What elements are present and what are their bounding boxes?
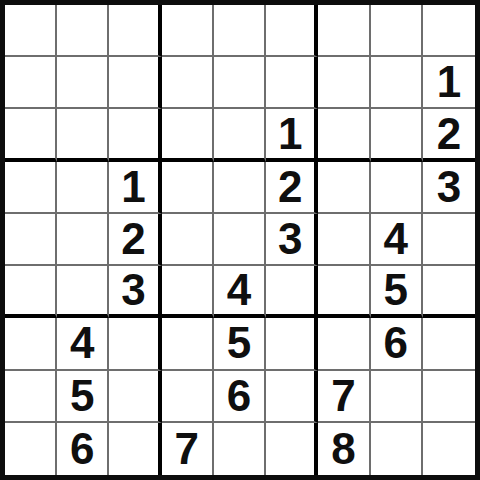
cell-r2c3[interactable]: [109, 57, 161, 109]
cell-r6c7[interactable]: [318, 266, 370, 318]
cell-r2c6[interactable]: [266, 57, 318, 109]
cell-r8c3[interactable]: [109, 371, 161, 423]
cell-r5c4[interactable]: [162, 214, 214, 266]
cell-r3c6[interactable]: 1: [266, 109, 318, 161]
cell-r9c1[interactable]: [5, 423, 57, 475]
cell-r6c5[interactable]: 4: [214, 266, 266, 318]
cell-r8c4[interactable]: [162, 371, 214, 423]
cell-r7c2[interactable]: 4: [57, 318, 109, 370]
cell-r8c9[interactable]: [423, 371, 475, 423]
cell-r3c2[interactable]: [57, 109, 109, 161]
cell-r6c2[interactable]: [57, 266, 109, 318]
cell-r5c1[interactable]: [5, 214, 57, 266]
cell-r7c4[interactable]: [162, 318, 214, 370]
cell-r4c3[interactable]: 1: [109, 162, 161, 214]
cell-r2c1[interactable]: [5, 57, 57, 109]
cell-r1c3[interactable]: [109, 5, 161, 57]
cell-r7c9[interactable]: [423, 318, 475, 370]
cell-r5c7[interactable]: [318, 214, 370, 266]
cell-r9c3[interactable]: [109, 423, 161, 475]
cell-r3c4[interactable]: [162, 109, 214, 161]
cell-r5c2[interactable]: [57, 214, 109, 266]
cell-r6c8[interactable]: 5: [371, 266, 423, 318]
cell-r1c7[interactable]: [318, 5, 370, 57]
cell-r4c9[interactable]: 3: [423, 162, 475, 214]
cell-r6c3[interactable]: 3: [109, 266, 161, 318]
cell-r3c7[interactable]: [318, 109, 370, 161]
cell-r1c4[interactable]: [162, 5, 214, 57]
cell-r9c6[interactable]: [266, 423, 318, 475]
cell-r4c8[interactable]: [371, 162, 423, 214]
cell-r5c6[interactable]: 3: [266, 214, 318, 266]
cell-r1c8[interactable]: [371, 5, 423, 57]
cell-r2c5[interactable]: [214, 57, 266, 109]
cell-r4c4[interactable]: [162, 162, 214, 214]
cell-r2c8[interactable]: [371, 57, 423, 109]
cell-r6c9[interactable]: [423, 266, 475, 318]
cell-r9c4[interactable]: 7: [162, 423, 214, 475]
cell-r8c8[interactable]: [371, 371, 423, 423]
cell-r1c6[interactable]: [266, 5, 318, 57]
cell-r6c6[interactable]: [266, 266, 318, 318]
cell-r7c8[interactable]: 6: [371, 318, 423, 370]
cell-r3c1[interactable]: [5, 109, 57, 161]
cell-r8c6[interactable]: [266, 371, 318, 423]
cell-r7c3[interactable]: [109, 318, 161, 370]
cell-r5c9[interactable]: [423, 214, 475, 266]
cell-r4c6[interactable]: 2: [266, 162, 318, 214]
cell-r7c5[interactable]: 5: [214, 318, 266, 370]
cell-r9c7[interactable]: 8: [318, 423, 370, 475]
cell-r2c7[interactable]: [318, 57, 370, 109]
sudoku-puzzle: 112123234345456567678: [0, 0, 480, 480]
cell-r8c5[interactable]: 6: [214, 371, 266, 423]
cell-r7c7[interactable]: [318, 318, 370, 370]
cell-r9c2[interactable]: 6: [57, 423, 109, 475]
cell-r9c5[interactable]: [214, 423, 266, 475]
cell-r2c9[interactable]: 1: [423, 57, 475, 109]
cell-r7c6[interactable]: [266, 318, 318, 370]
cell-r3c9[interactable]: 2: [423, 109, 475, 161]
cell-r1c5[interactable]: [214, 5, 266, 57]
cell-r2c2[interactable]: [57, 57, 109, 109]
sudoku-board: 112123234345456567678: [0, 0, 480, 480]
cell-r4c2[interactable]: [57, 162, 109, 214]
cell-r2c4[interactable]: [162, 57, 214, 109]
cell-r6c1[interactable]: [5, 266, 57, 318]
cell-r9c8[interactable]: [371, 423, 423, 475]
cell-r8c7[interactable]: 7: [318, 371, 370, 423]
cell-r4c5[interactable]: [214, 162, 266, 214]
cell-r6c4[interactable]: [162, 266, 214, 318]
cell-r3c5[interactable]: [214, 109, 266, 161]
cell-r5c3[interactable]: 2: [109, 214, 161, 266]
cell-r1c1[interactable]: [5, 5, 57, 57]
cell-r8c2[interactable]: 5: [57, 371, 109, 423]
cell-r8c1[interactable]: [5, 371, 57, 423]
cell-r1c9[interactable]: [423, 5, 475, 57]
cell-r4c1[interactable]: [5, 162, 57, 214]
cell-r5c5[interactable]: [214, 214, 266, 266]
cell-r7c1[interactable]: [5, 318, 57, 370]
cell-r1c2[interactable]: [57, 5, 109, 57]
cell-r4c7[interactable]: [318, 162, 370, 214]
cell-r3c8[interactable]: [371, 109, 423, 161]
cell-r9c9[interactable]: [423, 423, 475, 475]
cell-r5c8[interactable]: 4: [371, 214, 423, 266]
cell-r3c3[interactable]: [109, 109, 161, 161]
